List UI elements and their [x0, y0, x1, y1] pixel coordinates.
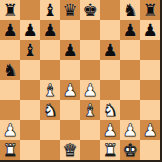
piece-white-pawn: ♟ [2, 122, 17, 139]
square-b8[interactable] [20, 0, 40, 20]
piece-black-bishop: ♝ [22, 42, 37, 59]
square-g8[interactable]: ♞ [120, 0, 140, 20]
square-e8[interactable]: ♚ [80, 0, 100, 20]
square-e3[interactable]: ♝ [80, 100, 100, 120]
square-a1[interactable]: ♜ [0, 140, 20, 160]
square-a6[interactable] [0, 40, 20, 60]
piece-black-rook: ♜ [142, 2, 157, 19]
square-e1[interactable] [80, 140, 100, 160]
square-g2[interactable]: ♟ [120, 120, 140, 140]
square-e7[interactable] [80, 20, 100, 40]
square-h7[interactable]: ♟ [140, 20, 160, 40]
square-d6[interactable]: ♟ [60, 40, 80, 60]
square-c6[interactable] [40, 40, 60, 60]
square-h2[interactable]: ♟ [140, 120, 160, 140]
square-h5[interactable] [140, 60, 160, 80]
square-h1[interactable] [140, 140, 160, 160]
piece-white-pawn: ♟ [142, 122, 157, 139]
square-d2[interactable] [60, 120, 80, 140]
piece-white-pawn: ♟ [102, 122, 117, 139]
square-e2[interactable] [80, 120, 100, 140]
square-f3[interactable]: ♞ [100, 100, 120, 120]
square-b7[interactable]: ♟ [20, 20, 40, 40]
square-c5[interactable] [40, 60, 60, 80]
square-b2[interactable] [20, 120, 40, 140]
piece-white-rook: ♜ [2, 142, 17, 159]
square-c1[interactable] [40, 140, 60, 160]
square-b1[interactable] [20, 140, 40, 160]
piece-white-queen: ♛ [62, 142, 77, 159]
piece-black-pawn: ♟ [62, 42, 77, 59]
square-d4[interactable]: ♟ [60, 80, 80, 100]
chess-board: ♜♝♛♚♞♜♟♟♟♟♟♝♟♟♞♝♟♟♞♝♞♟♟♟♟♜♛♜♚ [0, 0, 162, 162]
square-f6[interactable]: ♟ [100, 40, 120, 60]
square-a8[interactable]: ♜ [0, 0, 20, 20]
piece-white-knight: ♞ [102, 102, 117, 119]
piece-white-bishop: ♝ [82, 102, 97, 119]
square-g6[interactable] [120, 40, 140, 60]
square-h3[interactable] [140, 100, 160, 120]
square-h8[interactable]: ♜ [140, 0, 160, 20]
piece-black-knight: ♞ [2, 62, 17, 79]
square-c7[interactable]: ♟ [40, 20, 60, 40]
square-f2[interactable]: ♟ [100, 120, 120, 140]
square-e5[interactable] [80, 60, 100, 80]
square-d3[interactable] [60, 100, 80, 120]
square-b3[interactable] [20, 100, 40, 120]
square-d1[interactable]: ♛ [60, 140, 80, 160]
square-c3[interactable]: ♞ [40, 100, 60, 120]
square-d7[interactable] [60, 20, 80, 40]
piece-black-pawn: ♟ [142, 22, 157, 39]
piece-black-king: ♚ [82, 2, 97, 19]
square-g4[interactable] [120, 80, 140, 100]
square-a4[interactable] [0, 80, 20, 100]
square-e4[interactable]: ♟ [80, 80, 100, 100]
piece-black-queen: ♛ [62, 2, 77, 19]
piece-black-rook: ♜ [2, 2, 17, 19]
square-e6[interactable] [80, 40, 100, 60]
piece-black-knight: ♞ [122, 2, 137, 19]
square-c8[interactable]: ♝ [40, 0, 60, 20]
square-f8[interactable] [100, 0, 120, 20]
square-d5[interactable] [60, 60, 80, 80]
piece-white-bishop: ♝ [42, 82, 57, 99]
square-f4[interactable] [100, 80, 120, 100]
square-f1[interactable]: ♜ [100, 140, 120, 160]
square-c2[interactable] [40, 120, 60, 140]
piece-white-knight: ♞ [42, 102, 57, 119]
square-a5[interactable]: ♞ [0, 60, 20, 80]
square-b5[interactable] [20, 60, 40, 80]
square-h6[interactable] [140, 40, 160, 60]
piece-black-pawn: ♟ [22, 22, 37, 39]
square-b4[interactable] [20, 80, 40, 100]
piece-white-king: ♚ [122, 142, 137, 159]
piece-white-rook: ♜ [102, 142, 117, 159]
piece-white-pawn: ♟ [82, 82, 97, 99]
piece-white-pawn: ♟ [122, 122, 137, 139]
square-a2[interactable]: ♟ [0, 120, 20, 140]
piece-black-pawn: ♟ [102, 42, 117, 59]
piece-black-bishop: ♝ [42, 2, 57, 19]
square-c4[interactable]: ♝ [40, 80, 60, 100]
square-h4[interactable] [140, 80, 160, 100]
square-g5[interactable] [120, 60, 140, 80]
piece-black-pawn: ♟ [122, 22, 137, 39]
square-b6[interactable]: ♝ [20, 40, 40, 60]
square-a7[interactable]: ♟ [0, 20, 20, 40]
square-f7[interactable] [100, 20, 120, 40]
square-g1[interactable]: ♚ [120, 140, 140, 160]
piece-white-pawn: ♟ [62, 82, 77, 99]
piece-black-pawn: ♟ [2, 22, 17, 39]
piece-black-pawn: ♟ [42, 22, 57, 39]
square-g3[interactable] [120, 100, 140, 120]
square-a3[interactable] [0, 100, 20, 120]
square-f5[interactable] [100, 60, 120, 80]
square-g7[interactable]: ♟ [120, 20, 140, 40]
square-d8[interactable]: ♛ [60, 0, 80, 20]
